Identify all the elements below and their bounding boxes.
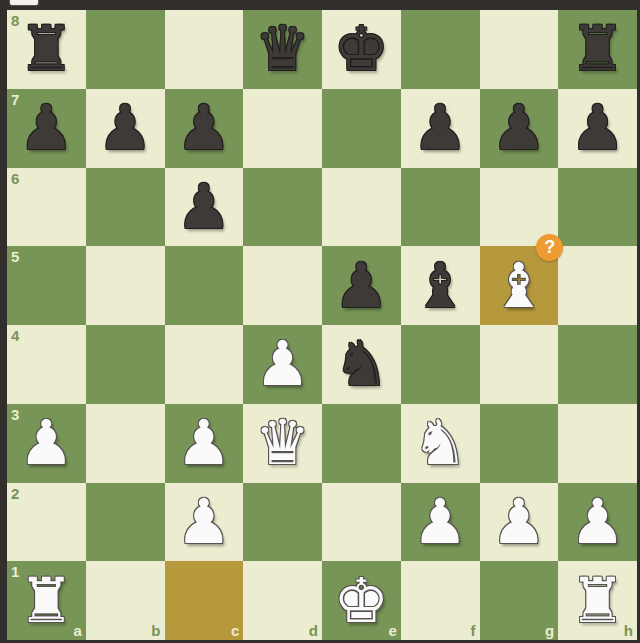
white-queen-d3[interactable]: ♛ [243, 404, 322, 483]
square-e7[interactable] [322, 89, 401, 168]
square-a7[interactable]: 7♟ [7, 89, 86, 168]
white-pawn-c2[interactable]: ♟ [165, 483, 244, 562]
square-c6[interactable]: ♟ [165, 168, 244, 247]
white-rook-a1[interactable]: ♜ [7, 561, 86, 640]
square-e3[interactable] [322, 404, 401, 483]
black-pawn-g7[interactable]: ♟ [480, 89, 559, 168]
black-king-e8[interactable]: ♚ [322, 10, 401, 89]
square-g4[interactable] [480, 325, 559, 404]
square-h7[interactable]: ♟ [558, 89, 637, 168]
black-rook-a8[interactable]: ♜ [7, 10, 86, 89]
rank-label-6: 6 [11, 171, 19, 186]
square-c2[interactable]: ♟ [165, 483, 244, 562]
square-h1[interactable]: h♜ [558, 561, 637, 640]
square-d4[interactable]: ♟ [243, 325, 322, 404]
square-f7[interactable]: ♟ [401, 89, 480, 168]
square-a5[interactable]: 5 [7, 246, 86, 325]
rank-label-4: 4 [11, 328, 19, 343]
square-f1[interactable]: f [401, 561, 480, 640]
file-label-d: d [309, 623, 318, 638]
square-a3[interactable]: 3♟ [7, 404, 86, 483]
black-rook-h8[interactable]: ♜ [558, 10, 637, 89]
rank-label-2: 2 [11, 486, 19, 501]
white-rook-h1[interactable]: ♜ [558, 561, 637, 640]
square-a4[interactable]: 4 [7, 325, 86, 404]
square-c7[interactable]: ♟ [165, 89, 244, 168]
square-g3[interactable] [480, 404, 559, 483]
square-f2[interactable]: ♟ [401, 483, 480, 562]
white-knight-f3[interactable]: ♞ [401, 404, 480, 483]
square-h6[interactable] [558, 168, 637, 247]
square-e6[interactable] [322, 168, 401, 247]
square-d6[interactable] [243, 168, 322, 247]
square-g5[interactable]: ♝? [480, 246, 559, 325]
square-d5[interactable] [243, 246, 322, 325]
square-b3[interactable] [86, 404, 165, 483]
white-pawn-f2[interactable]: ♟ [401, 483, 480, 562]
square-h2[interactable]: ♟ [558, 483, 637, 562]
square-d7[interactable] [243, 89, 322, 168]
square-c1[interactable]: c [165, 561, 244, 640]
black-bishop-f5[interactable]: ♝ [401, 246, 480, 325]
black-pawn-b7[interactable]: ♟ [86, 89, 165, 168]
square-c5[interactable] [165, 246, 244, 325]
square-c3[interactable]: ♟ [165, 404, 244, 483]
square-g1[interactable]: g [480, 561, 559, 640]
black-queen-d8[interactable]: ♛ [243, 10, 322, 89]
square-e4[interactable]: ♞ [322, 325, 401, 404]
square-d2[interactable] [243, 483, 322, 562]
white-pawn-c3[interactable]: ♟ [165, 404, 244, 483]
square-g2[interactable]: ♟ [480, 483, 559, 562]
square-a6[interactable]: 6 [7, 168, 86, 247]
square-e2[interactable] [322, 483, 401, 562]
black-pawn-f7[interactable]: ♟ [401, 89, 480, 168]
black-pawn-c6[interactable]: ♟ [165, 168, 244, 247]
square-b6[interactable] [86, 168, 165, 247]
square-d3[interactable]: ♛ [243, 404, 322, 483]
cutoff-ui-element-top-left [9, 0, 39, 6]
file-label-b: b [151, 623, 160, 638]
square-f5[interactable]: ♝ [401, 246, 480, 325]
square-f4[interactable] [401, 325, 480, 404]
square-h5[interactable] [558, 246, 637, 325]
square-b8[interactable] [86, 10, 165, 89]
square-g8[interactable] [480, 10, 559, 89]
square-b5[interactable] [86, 246, 165, 325]
file-label-g: g [545, 623, 554, 638]
rank-label-5: 5 [11, 249, 19, 264]
square-b2[interactable] [86, 483, 165, 562]
square-h8[interactable]: ♜ [558, 10, 637, 89]
square-d1[interactable]: d [243, 561, 322, 640]
chess-board: 8♜♛♚♜7♟♟♟♟♟♟6♟5♟♝♝?4♟♞3♟♟♛♞2♟♟♟♟1a♜bcde♚… [7, 10, 637, 640]
file-label-f: f [471, 623, 476, 638]
black-knight-e4[interactable]: ♞ [322, 325, 401, 404]
black-pawn-h7[interactable]: ♟ [558, 89, 637, 168]
square-a2[interactable]: 2 [7, 483, 86, 562]
square-c4[interactable] [165, 325, 244, 404]
square-h3[interactable] [558, 404, 637, 483]
square-b1[interactable]: b [86, 561, 165, 640]
square-b7[interactable]: ♟ [86, 89, 165, 168]
white-pawn-h2[interactable]: ♟ [558, 483, 637, 562]
square-e8[interactable]: ♚ [322, 10, 401, 89]
square-d8[interactable]: ♛ [243, 10, 322, 89]
white-king-e1[interactable]: ♚ [322, 561, 401, 640]
square-f3[interactable]: ♞ [401, 404, 480, 483]
square-g7[interactable]: ♟ [480, 89, 559, 168]
square-a1[interactable]: 1a♜ [7, 561, 86, 640]
file-label-c: c [231, 623, 239, 638]
square-f6[interactable] [401, 168, 480, 247]
black-pawn-a7[interactable]: ♟ [7, 89, 86, 168]
square-e5[interactable]: ♟ [322, 246, 401, 325]
square-e1[interactable]: e♚ [322, 561, 401, 640]
white-pawn-d4[interactable]: ♟ [243, 325, 322, 404]
white-pawn-a3[interactable]: ♟ [7, 404, 86, 483]
black-pawn-e5[interactable]: ♟ [322, 246, 401, 325]
square-h4[interactable] [558, 325, 637, 404]
black-pawn-c7[interactable]: ♟ [165, 89, 244, 168]
square-b4[interactable] [86, 325, 165, 404]
white-pawn-g2[interactable]: ♟ [480, 483, 559, 562]
square-c8[interactable] [165, 10, 244, 89]
square-f8[interactable] [401, 10, 480, 89]
square-a8[interactable]: 8♜ [7, 10, 86, 89]
